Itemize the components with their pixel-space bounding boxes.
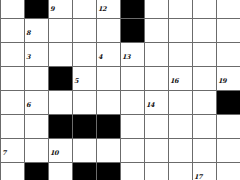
cell-r1c7[interactable] [169,19,192,42]
block-cell-r0c1 [25,0,48,18]
cell-r7c9[interactable] [217,163,240,180]
block-cell-r1c5 [121,19,144,42]
cell-r5c5[interactable] [121,115,144,138]
cell-r4c0[interactable] [1,91,24,114]
cell-r0c7[interactable] [169,0,192,18]
cell-r0c8[interactable] [193,0,216,18]
clue-number-16: 16 [170,78,178,85]
block-cell-r3c2 [49,67,72,90]
cell-r5c0[interactable] [1,115,24,138]
cell-r2c8[interactable] [193,43,216,66]
cell-r2c9[interactable] [217,43,240,66]
block-cell-r5c2 [49,115,72,138]
cell-r3c3[interactable]: 5 [73,67,96,90]
clue-number-10: 10 [50,150,58,157]
block-cell-r5c4 [97,115,120,138]
cell-r6c8[interactable] [193,139,216,162]
cell-r6c2[interactable]: 10 [49,139,72,162]
clue-number-12: 12 [98,6,106,13]
crossword-board: 912834135161961471017 [0,0,240,180]
cell-r1c8[interactable] [193,19,216,42]
cell-r7c2[interactable] [49,163,72,180]
crossword-grid: 912834135161961471017 [0,0,240,180]
clue-number-14: 14 [146,102,154,109]
cell-r4c1[interactable]: 6 [25,91,48,114]
block-cell-r7c1 [25,163,48,180]
cell-r4c2[interactable] [49,91,72,114]
cell-r6c3[interactable] [73,139,96,162]
clue-number-13: 13 [122,54,130,61]
cell-r2c0[interactable] [1,43,24,66]
cell-r7c5[interactable] [121,163,144,180]
cell-r5c8[interactable] [193,115,216,138]
clue-number-19: 19 [218,78,226,85]
cell-r7c7[interactable] [169,163,192,180]
clue-number-7: 7 [2,150,6,157]
cell-r0c9[interactable] [217,0,240,18]
cell-r6c9[interactable] [217,139,240,162]
cell-r1c6[interactable] [145,19,168,42]
cell-r1c0[interactable] [1,19,24,42]
clue-number-8: 8 [26,30,30,37]
block-cell-r4c9 [217,91,240,114]
cell-r2c3[interactable] [73,43,96,66]
cell-r3c8[interactable] [193,67,216,90]
cell-r4c8[interactable] [193,91,216,114]
cell-r3c6[interactable] [145,67,168,90]
cell-r1c2[interactable] [49,19,72,42]
cell-r7c6[interactable] [145,163,168,180]
block-cell-r0c5 [121,0,144,18]
cell-r2c6[interactable] [145,43,168,66]
cell-r2c7[interactable] [169,43,192,66]
cell-r1c4[interactable] [97,19,120,42]
clue-number-3: 3 [26,54,30,61]
cell-r1c9[interactable] [217,19,240,42]
cell-r3c1[interactable] [25,67,48,90]
cell-r2c1[interactable]: 3 [25,43,48,66]
cell-r2c4[interactable]: 4 [97,43,120,66]
cell-r7c8[interactable]: 17 [193,163,216,180]
cell-r3c4[interactable] [97,67,120,90]
block-cell-r7c3 [73,163,96,180]
clue-number-6: 6 [26,102,30,109]
cell-r1c3[interactable] [73,19,96,42]
cell-r5c1[interactable] [25,115,48,138]
cell-r2c5[interactable]: 13 [121,43,144,66]
cell-r4c7[interactable] [169,91,192,114]
clue-number-17: 17 [194,174,202,180]
cell-r5c7[interactable] [169,115,192,138]
cell-r6c0[interactable]: 7 [1,139,24,162]
block-cell-r7c4 [97,163,120,180]
clue-number-9: 9 [50,6,54,13]
clue-number-4: 4 [98,54,102,61]
cell-r5c6[interactable] [145,115,168,138]
cell-r6c4[interactable] [97,139,120,162]
cell-r6c7[interactable] [169,139,192,162]
cell-r6c6[interactable] [145,139,168,162]
cell-r7c0[interactable] [1,163,24,180]
cell-r1c1[interactable]: 8 [25,19,48,42]
cell-r4c5[interactable] [121,91,144,114]
clue-number-5: 5 [74,78,78,85]
cell-r5c9[interactable] [217,115,240,138]
cell-r4c3[interactable] [73,91,96,114]
block-cell-r5c3 [73,115,96,138]
cell-r3c9[interactable]: 19 [217,67,240,90]
cell-r4c4[interactable] [97,91,120,114]
cell-r6c5[interactable] [121,139,144,162]
cell-r6c1[interactable] [25,139,48,162]
cell-r0c2[interactable]: 9 [49,0,72,18]
cell-r0c0[interactable] [1,0,24,18]
cell-r4c6[interactable]: 14 [145,91,168,114]
cell-r3c5[interactable] [121,67,144,90]
cell-r0c3[interactable] [73,0,96,18]
cell-r0c4[interactable]: 12 [97,0,120,18]
cell-r3c7[interactable]: 16 [169,67,192,90]
cell-r2c2[interactable] [49,43,72,66]
cell-r0c6[interactable] [145,0,168,18]
cell-r3c0[interactable] [1,67,24,90]
